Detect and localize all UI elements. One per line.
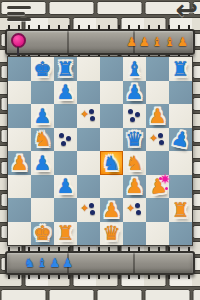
square-g8[interactable] [146, 57, 169, 81]
square-a8[interactable] [8, 57, 31, 81]
square-f8[interactable]: ♝ [123, 57, 146, 81]
square-c6[interactable] [54, 104, 77, 128]
square-f7[interactable]: ♟ [123, 81, 146, 105]
square-e2[interactable]: ♟ [100, 198, 123, 222]
square-g1[interactable] [146, 222, 169, 246]
blue-pawn: ♟ [126, 82, 144, 102]
square-b5[interactable]: ♞ [31, 128, 54, 152]
square-d7[interactable] [77, 81, 100, 105]
square-b6[interactable]: ♟ [31, 104, 54, 128]
square-b8[interactable]: ♚ [31, 57, 54, 81]
square-c2[interactable] [54, 198, 77, 222]
square-f2[interactable]: ✦ [123, 198, 146, 222]
blue-rook: ♜ [57, 59, 75, 79]
orange-king: ♚ [34, 223, 52, 243]
pin-stem [17, 47, 19, 56]
square-a6[interactable] [8, 104, 31, 128]
marker-star-dots-icon: ✦ [77, 198, 100, 222]
square-g5[interactable]: ✦ [146, 128, 169, 152]
captured-blue-pieces: ♞♝♟♟ [24, 257, 73, 269]
orange-queen: ♛ [103, 223, 121, 243]
square-b3[interactable] [31, 175, 54, 199]
square-c8[interactable]: ♜ [54, 57, 77, 81]
orange-pawn: ♟ [103, 200, 121, 220]
square-a4[interactable]: ♟ [8, 151, 31, 175]
square-d2[interactable]: ✦ [77, 198, 100, 222]
blue-pawn: ♟ [57, 176, 75, 196]
captured-blue-bishop: ♝ [37, 257, 48, 269]
square-e4[interactable]: ♞ [100, 151, 123, 175]
square-d8[interactable] [77, 57, 100, 81]
captured-orange-pieces: ♟♟♝♝♟ [126, 36, 188, 48]
square-a3[interactable] [8, 175, 31, 199]
marker-dots-icon [123, 104, 146, 128]
hamburger-icon [7, 6, 31, 9]
captured-blue-pawn: ♟ [50, 257, 61, 269]
square-a7[interactable] [8, 81, 31, 105]
captured-blue-tray: ♞♝♟♟ [5, 251, 195, 275]
menu-button[interactable] [7, 3, 31, 24]
square-g6[interactable]: ♟ [146, 104, 169, 128]
captured-orange-tray: ♟♟♝♝♟ [5, 29, 195, 55]
square-e3[interactable] [100, 175, 123, 199]
orange-knight: ♞ [126, 153, 144, 173]
orange-rook: ♜ [57, 223, 75, 243]
square-b4[interactable]: ♟ [31, 151, 54, 175]
square-a2[interactable] [8, 198, 31, 222]
blue-pawn: ♟ [34, 106, 52, 126]
square-e5[interactable] [100, 128, 123, 152]
captured-orange-bishop: ♝ [164, 36, 175, 48]
square-h6[interactable] [169, 104, 192, 128]
square-e7[interactable] [100, 81, 123, 105]
captured-orange-pawn: ♟ [126, 36, 137, 48]
square-d3[interactable] [77, 175, 100, 199]
square-f6[interactable] [123, 104, 146, 128]
square-d1[interactable] [77, 222, 100, 246]
orange-pawn: ♟ [11, 153, 29, 173]
square-e6[interactable] [100, 104, 123, 128]
square-g3[interactable]: ♟✷ [146, 175, 169, 199]
marker-star-dots-icon: ✦ [123, 198, 146, 222]
square-h1[interactable] [169, 222, 192, 246]
square-e1[interactable]: ♛ [100, 222, 123, 246]
undo-arrow-icon: ↩ [175, 0, 198, 25]
square-c3[interactable]: ♟ [54, 175, 77, 199]
marker-star-dots-icon: ✦ [77, 104, 100, 128]
square-b1[interactable]: ♚ [31, 222, 54, 246]
square-b7[interactable] [31, 81, 54, 105]
captured-blue-knight: ♞ [24, 257, 35, 269]
blue-pawn: ♟ [57, 82, 75, 102]
square-a5[interactable] [8, 128, 31, 152]
blue-bishop: ♝ [126, 59, 144, 79]
square-b2[interactable] [31, 198, 54, 222]
square-f3[interactable]: ♟ [123, 175, 146, 199]
chess-board: ♚♜♝♜♟♟♟✦♟♞♛✦♟♟♟♞♞♟♟♟✷✦♟✦♜♚♜♛ [7, 56, 193, 246]
square-c4[interactable] [54, 151, 77, 175]
square-d4[interactable] [77, 151, 100, 175]
square-f1[interactable] [123, 222, 146, 246]
orange-pawn: ♟ [126, 176, 144, 196]
blue-pawn: ♟ [34, 153, 52, 173]
square-d6[interactable]: ✦ [77, 104, 100, 128]
square-g2[interactable] [146, 198, 169, 222]
square-h4[interactable] [169, 151, 192, 175]
square-h5[interactable]: ♟ [169, 128, 192, 152]
marker-star-dots-icon: ✦ [146, 128, 169, 152]
orange-knight: ♞ [34, 129, 52, 149]
orange-pawn: ♟ [149, 106, 167, 126]
blue-pawn: ♟ [170, 127, 192, 151]
square-f4[interactable]: ♞ [123, 151, 146, 175]
marker-dots-icon [54, 128, 77, 152]
square-f5[interactable]: ♛ [123, 128, 146, 152]
blue-queen: ♛ [126, 129, 144, 149]
square-h8[interactable]: ♜ [169, 57, 192, 81]
square-c7[interactable]: ♟ [54, 81, 77, 105]
captured-blue-pawn: ♟ [62, 257, 73, 269]
square-e8[interactable] [100, 57, 123, 81]
pin-icon[interactable] [11, 33, 26, 48]
square-c1[interactable]: ♜ [54, 222, 77, 246]
captured-orange-pawn: ♟ [177, 36, 188, 48]
square-a1[interactable] [8, 222, 31, 246]
blue-rook: ♜ [172, 59, 190, 79]
square-h3[interactable] [169, 175, 192, 199]
blue-king: ♚ [34, 59, 52, 79]
blue-knight: ♞ [103, 153, 121, 173]
square-d5[interactable] [77, 128, 100, 152]
captured-orange-bishop: ♝ [152, 36, 163, 48]
square-c5[interactable] [54, 128, 77, 152]
square-h7[interactable] [169, 81, 192, 105]
captured-orange-pawn: ♟ [139, 36, 150, 48]
undo-button[interactable]: ↩ [175, 0, 198, 25]
square-h2[interactable]: ♜ [169, 198, 192, 222]
orange-rook: ♜ [172, 200, 190, 220]
square-g7[interactable] [146, 81, 169, 105]
